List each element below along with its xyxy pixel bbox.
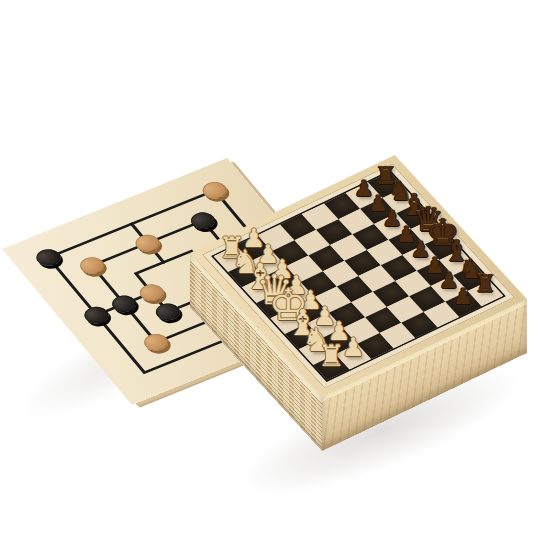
white-rook[interactable]: ♜ xyxy=(318,342,344,371)
white-pawn[interactable]: ♟ xyxy=(342,335,365,361)
black-rook[interactable]: ♜ xyxy=(474,272,496,297)
product-photo-scene: ♜♞♝♛♚♝♞♜♟♟♟♟♟♟♟♟♟♟♟♟♟♟♟♟♜♞♝♛♚♝♞♜ xyxy=(0,0,560,560)
black-pawn[interactable]: ♟ xyxy=(453,285,473,308)
